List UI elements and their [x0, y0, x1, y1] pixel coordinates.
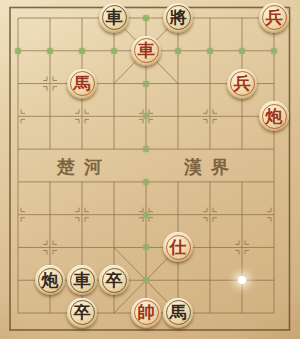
- piece-red-chariot[interactable]: 車: [131, 36, 161, 66]
- move-hint-dot[interactable]: [143, 81, 149, 87]
- move-hint-dot[interactable]: [143, 277, 149, 283]
- move-hint-dot[interactable]: [143, 113, 149, 119]
- piece-red-horse[interactable]: 馬: [67, 69, 97, 99]
- move-hint-dot[interactable]: [175, 48, 181, 54]
- move-hint-dot[interactable]: [143, 212, 149, 218]
- piece-black-soldier[interactable]: 卒: [99, 265, 129, 295]
- piece-black-horse[interactable]: 馬: [163, 298, 193, 328]
- move-hint-dot[interactable]: [143, 15, 149, 21]
- piece-black-general[interactable]: 將: [163, 3, 193, 33]
- piece-red-general[interactable]: 帥: [131, 298, 161, 328]
- piece-red-advisor[interactable]: 仕: [163, 232, 193, 262]
- move-hint-dot[interactable]: [271, 48, 277, 54]
- move-hint-dot[interactable]: [143, 146, 149, 152]
- piece-black-soldier[interactable]: 卒: [67, 298, 97, 328]
- move-hint-dot[interactable]: [143, 179, 149, 185]
- move-hint-dot[interactable]: [111, 48, 117, 54]
- move-hint-dot[interactable]: [207, 48, 213, 54]
- piece-black-chariot[interactable]: 車: [67, 265, 97, 295]
- move-hint-dot[interactable]: [15, 48, 21, 54]
- piece-red-cannon[interactable]: 炮: [259, 101, 289, 131]
- move-hint-dot[interactable]: [47, 48, 53, 54]
- piece-black-chariot[interactable]: 車: [99, 3, 129, 33]
- move-hint-dot[interactable]: [239, 48, 245, 54]
- piece-red-soldier[interactable]: 兵: [227, 69, 257, 99]
- piece-red-soldier[interactable]: 兵: [259, 3, 289, 33]
- xiangqi-app-screen: 楚河 漢界 車將兵車馬兵炮仕炮車卒卒帥馬: [0, 0, 300, 339]
- pieces-layer: 車將兵車馬兵炮仕炮車卒卒帥馬: [2, 2, 290, 330]
- last-move-marker: [238, 276, 246, 284]
- move-hint-dot[interactable]: [143, 244, 149, 250]
- move-hint-dot[interactable]: [79, 48, 85, 54]
- piece-black-cannon[interactable]: 炮: [35, 265, 65, 295]
